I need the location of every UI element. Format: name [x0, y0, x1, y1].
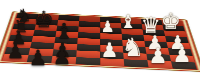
- board-square: [51, 56, 76, 64]
- board-square: [147, 60, 172, 68]
- chess-board: [2, 13, 197, 70]
- board-frame: [0, 11, 200, 71]
- board-square: [171, 61, 197, 69]
- board-square: [124, 59, 149, 67]
- board-square: [27, 54, 53, 62]
- chess-set-photo: ♞♚♜♝♟♟♟♟♟♝♚♟♛♟♟♟♞♟♟: [0, 0, 200, 77]
- board-square: [76, 57, 100, 65]
- board-square: [2, 53, 28, 61]
- board-square: [100, 58, 124, 66]
